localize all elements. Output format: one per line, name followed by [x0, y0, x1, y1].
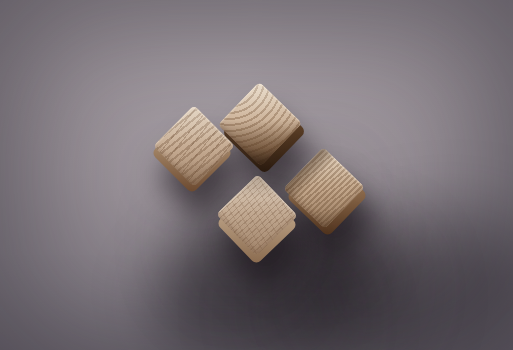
cube-bottom-right	[295, 159, 353, 217]
cube-bottom-center	[228, 186, 286, 244]
photo-canvas	[0, 0, 513, 350]
cube-top-left	[165, 117, 223, 175]
cube-top-right	[230, 94, 290, 154]
cube-top-face	[153, 105, 235, 187]
cube-top-face	[216, 174, 298, 256]
wooden-cubes-layer	[0, 0, 513, 350]
